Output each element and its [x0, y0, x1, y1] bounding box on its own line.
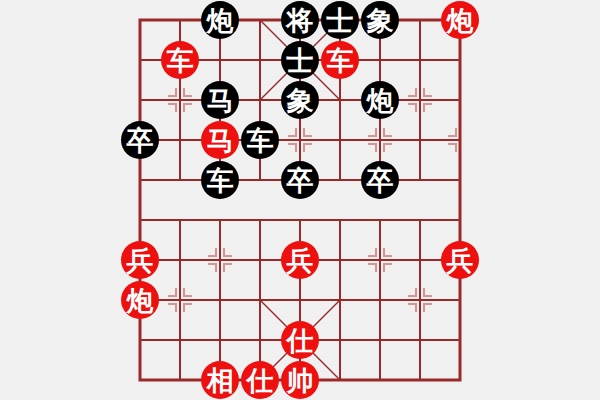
piece-black-车[interactable]: 车 [201, 161, 239, 199]
piece-red-仕[interactable]: 仕 [241, 361, 279, 399]
piece-black-卒[interactable]: 卒 [361, 161, 399, 199]
piece-red-兵[interactable]: 兵 [121, 241, 159, 279]
piece-red-炮[interactable]: 炮 [121, 281, 159, 319]
piece-black-炮[interactable]: 炮 [361, 81, 399, 119]
piece-red-车[interactable]: 车 [161, 41, 199, 79]
piece-black-卒[interactable]: 卒 [281, 161, 319, 199]
xiangqi-board: 炮将士象炮车士车马象炮卒马车车卒卒兵兵兵炮仕相仕帅 [0, 0, 600, 400]
piece-black-象[interactable]: 象 [281, 81, 319, 119]
piece-red-兵[interactable]: 兵 [441, 241, 479, 279]
piece-black-将[interactable]: 将 [281, 1, 319, 39]
piece-red-相[interactable]: 相 [201, 361, 239, 399]
piece-black-士[interactable]: 士 [321, 1, 359, 39]
piece-black-马[interactable]: 马 [201, 81, 239, 119]
piece-red-车[interactable]: 车 [321, 41, 359, 79]
piece-red-仕[interactable]: 仕 [281, 321, 319, 359]
piece-black-车[interactable]: 车 [241, 121, 279, 159]
piece-red-炮[interactable]: 炮 [441, 1, 479, 39]
piece-black-士[interactable]: 士 [281, 41, 319, 79]
piece-red-兵[interactable]: 兵 [281, 241, 319, 279]
pieces-layer: 炮将士象炮车士车马象炮卒马车车卒卒兵兵兵炮仕相仕帅 [0, 0, 600, 400]
piece-red-马[interactable]: 马 [201, 121, 239, 159]
piece-black-象[interactable]: 象 [361, 1, 399, 39]
piece-red-帅[interactable]: 帅 [281, 361, 319, 399]
piece-black-卒[interactable]: 卒 [121, 121, 159, 159]
piece-black-炮[interactable]: 炮 [201, 1, 239, 39]
